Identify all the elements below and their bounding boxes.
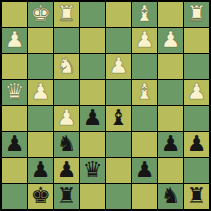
black-pawn[interactable]: ♟ [57, 159, 77, 181]
square[interactable]: ♛ [80, 158, 105, 183]
black-rook[interactable]: ♜ [187, 185, 207, 207]
square[interactable]: ♟ [28, 158, 53, 183]
chess-board: ♚♜♝♜♟♟♟♞♟♛♟♝♟♟♟♝♟♞♟♟♟♟♛♟♚♜♞♜ [0, 0, 211, 211]
square[interactable] [2, 2, 27, 27]
black-pawn[interactable]: ♟ [31, 159, 51, 181]
square[interactable] [54, 28, 79, 53]
square[interactable] [2, 106, 27, 131]
square[interactable] [106, 2, 131, 27]
square[interactable]: ♟ [28, 80, 53, 105]
square[interactable]: ♟ [54, 158, 79, 183]
black-pawn[interactable]: ♟ [161, 133, 181, 155]
square[interactable] [106, 158, 131, 183]
square[interactable] [158, 2, 183, 27]
square[interactable] [158, 106, 183, 131]
white-knight[interactable]: ♞ [57, 55, 77, 77]
square[interactable]: ♟ [2, 28, 27, 53]
square[interactable] [106, 80, 131, 105]
square[interactable] [184, 54, 209, 79]
square[interactable] [158, 80, 183, 105]
square[interactable] [54, 80, 79, 105]
square[interactable] [184, 28, 209, 53]
white-pawn[interactable]: ♟ [57, 107, 77, 129]
square[interactable]: ♜ [54, 184, 79, 209]
square[interactable]: ♜ [184, 184, 209, 209]
square[interactable] [106, 184, 131, 209]
black-pawn[interactable]: ♟ [187, 133, 207, 155]
square[interactable]: ♚ [28, 184, 53, 209]
square[interactable]: ♟ [158, 28, 183, 53]
square[interactable] [132, 106, 157, 131]
square[interactable] [80, 54, 105, 79]
white-rook[interactable]: ♜ [187, 3, 207, 25]
square[interactable]: ♝ [106, 106, 131, 131]
black-king[interactable]: ♚ [31, 185, 51, 207]
square[interactable] [2, 54, 27, 79]
square[interactable]: ♟ [132, 28, 157, 53]
square[interactable]: ♟ [106, 54, 131, 79]
black-pawn[interactable]: ♟ [83, 107, 103, 129]
square[interactable] [132, 184, 157, 209]
square[interactable]: ♟ [132, 158, 157, 183]
white-queen[interactable]: ♛ [5, 81, 25, 103]
black-knight[interactable]: ♞ [161, 185, 181, 207]
white-king[interactable]: ♚ [31, 3, 51, 25]
square[interactable] [80, 184, 105, 209]
square[interactable] [2, 158, 27, 183]
square[interactable] [184, 158, 209, 183]
square[interactable] [2, 184, 27, 209]
white-pawn[interactable]: ♟ [109, 55, 129, 77]
square[interactable] [80, 132, 105, 157]
square[interactable] [80, 80, 105, 105]
white-pawn[interactable]: ♟ [161, 29, 181, 51]
white-pawn[interactable]: ♟ [187, 81, 207, 103]
square[interactable]: ♟ [54, 106, 79, 131]
square[interactable]: ♜ [54, 2, 79, 27]
square[interactable]: ♞ [158, 184, 183, 209]
white-rook[interactable]: ♜ [57, 3, 77, 25]
square[interactable] [106, 28, 131, 53]
square[interactable] [80, 2, 105, 27]
square[interactable]: ♟ [184, 132, 209, 157]
black-knight[interactable]: ♞ [57, 133, 77, 155]
square[interactable]: ♟ [2, 132, 27, 157]
square[interactable]: ♞ [54, 132, 79, 157]
square[interactable] [28, 106, 53, 131]
square[interactable]: ♟ [80, 106, 105, 131]
square[interactable] [132, 54, 157, 79]
square[interactable]: ♞ [54, 54, 79, 79]
square[interactable]: ♛ [2, 80, 27, 105]
black-rook[interactable]: ♜ [57, 185, 77, 207]
square[interactable] [132, 132, 157, 157]
square[interactable] [28, 132, 53, 157]
white-pawn[interactable]: ♟ [31, 81, 51, 103]
black-bishop[interactable]: ♝ [109, 107, 129, 129]
white-bishop[interactable]: ♝ [135, 3, 155, 25]
black-queen[interactable]: ♛ [83, 159, 103, 181]
square[interactable]: ♟ [158, 132, 183, 157]
square[interactable] [184, 106, 209, 131]
square[interactable] [158, 54, 183, 79]
black-pawn[interactable]: ♟ [135, 159, 155, 181]
square[interactable] [28, 54, 53, 79]
black-pawn[interactable]: ♟ [5, 133, 25, 155]
square[interactable] [28, 28, 53, 53]
white-bishop[interactable]: ♝ [135, 81, 155, 103]
square[interactable]: ♟ [184, 80, 209, 105]
square[interactable] [158, 158, 183, 183]
white-pawn[interactable]: ♟ [135, 29, 155, 51]
square[interactable]: ♝ [132, 2, 157, 27]
square[interactable] [106, 132, 131, 157]
white-pawn[interactable]: ♟ [5, 29, 25, 51]
square[interactable]: ♝ [132, 80, 157, 105]
square[interactable]: ♚ [28, 2, 53, 27]
square[interactable] [80, 28, 105, 53]
square[interactable]: ♜ [184, 2, 209, 27]
